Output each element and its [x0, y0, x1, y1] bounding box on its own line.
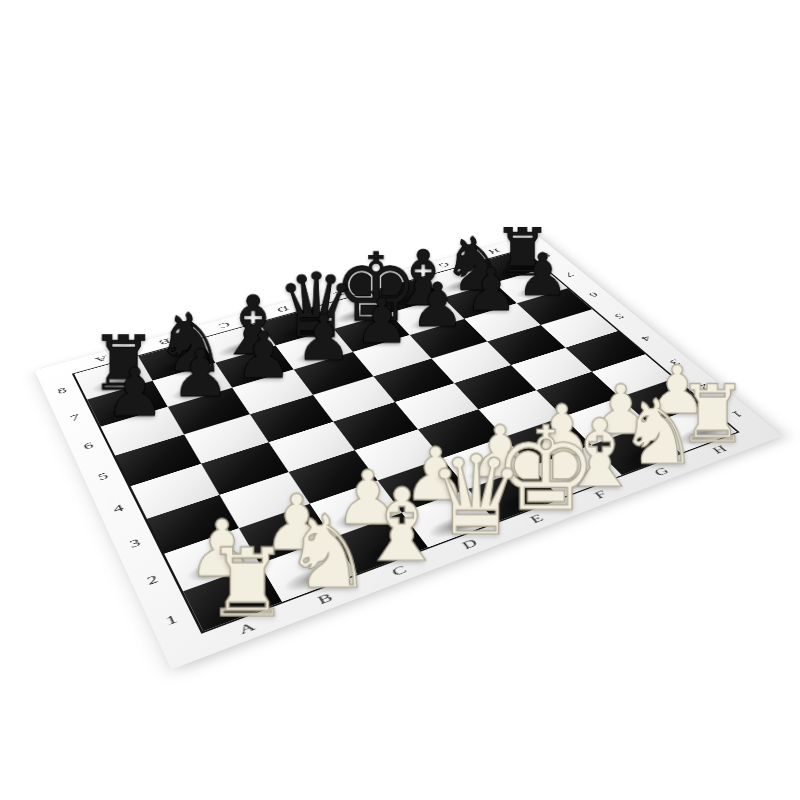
- photo-scene: ABCDEFGH ABCDEFGH 87654321 87654321 ♜♞♝♛…: [0, 0, 800, 800]
- piece-shadow: [640, 394, 697, 421]
- piece-shadow: [671, 421, 730, 450]
- chessboard-mat: ABCDEFGH ABCDEFGH 87654321 87654321 ♜♞♝♛…: [34, 234, 782, 670]
- piece-shadow: [352, 533, 420, 570]
- piece-shadow: [462, 454, 524, 485]
- piece-shadow: [459, 295, 511, 317]
- piece-shadow: [613, 441, 674, 471]
- chessboard: ♜♞♝♛♚♝♞♜♟♟♟♟♟♟♟♟♟♟♟♟♟♟♟♟♜♞♝♛♚♝♞♜: [72, 249, 740, 634]
